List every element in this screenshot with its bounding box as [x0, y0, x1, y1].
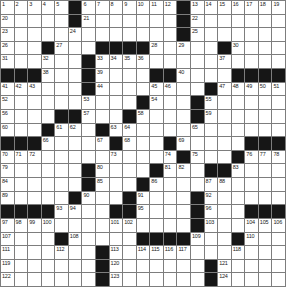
cell[interactable] — [28, 178, 41, 191]
cell[interactable]: 24 — [69, 28, 82, 41]
cell[interactable]: 52 — [1, 96, 14, 109]
cell[interactable]: 76 — [245, 151, 258, 164]
cell[interactable] — [15, 246, 28, 259]
cell[interactable] — [123, 246, 136, 259]
cell[interactable] — [164, 42, 177, 55]
cell[interactable]: 106 — [272, 219, 285, 232]
cell[interactable]: 66 — [42, 137, 55, 150]
cell[interactable] — [28, 192, 41, 205]
cell[interactable]: 118 — [232, 246, 245, 259]
cell[interactable]: 88 — [218, 178, 231, 191]
cell[interactable]: 82 — [177, 164, 190, 177]
cell[interactable] — [232, 15, 245, 28]
cell[interactable]: 103 — [205, 219, 218, 232]
cell[interactable] — [28, 15, 41, 28]
cell[interactable] — [177, 273, 190, 286]
cell[interactable] — [150, 137, 163, 150]
cell[interactable]: 83 — [232, 164, 245, 177]
cell[interactable] — [28, 42, 41, 55]
cell[interactable] — [272, 178, 285, 191]
cell[interactable] — [42, 15, 55, 28]
cell[interactable] — [205, 28, 218, 41]
cell[interactable] — [55, 28, 68, 41]
cell[interactable]: 13 — [191, 1, 204, 14]
cell[interactable] — [82, 42, 95, 55]
cell[interactable] — [69, 164, 82, 177]
cell[interactable] — [164, 96, 177, 109]
cell[interactable] — [218, 15, 231, 28]
cell[interactable]: 45 — [150, 83, 163, 96]
cell[interactable]: 84 — [1, 178, 14, 191]
cell[interactable]: 98 — [15, 219, 28, 232]
cell[interactable] — [232, 192, 245, 205]
cell[interactable] — [123, 233, 136, 246]
cell[interactable] — [259, 260, 272, 273]
cell[interactable]: 17 — [245, 1, 258, 14]
cell[interactable] — [245, 260, 258, 273]
cell[interactable] — [69, 83, 82, 96]
cell[interactable] — [232, 110, 245, 123]
cell[interactable] — [177, 55, 190, 68]
cell[interactable] — [218, 28, 231, 41]
cell[interactable] — [245, 246, 258, 259]
cell[interactable]: 50 — [259, 83, 272, 96]
cell[interactable] — [177, 178, 190, 191]
cell[interactable] — [191, 164, 204, 177]
cell[interactable] — [177, 205, 190, 218]
cell[interactable] — [272, 192, 285, 205]
cell[interactable]: 22 — [191, 15, 204, 28]
cell[interactable] — [232, 55, 245, 68]
cell[interactable] — [218, 69, 231, 82]
cell[interactable] — [259, 233, 272, 246]
cell[interactable] — [272, 164, 285, 177]
cell[interactable] — [150, 124, 163, 137]
cell[interactable]: 23 — [1, 28, 14, 41]
cell[interactable] — [137, 137, 150, 150]
cell[interactable] — [110, 69, 123, 82]
cell[interactable] — [245, 55, 258, 68]
cell[interactable]: 44 — [96, 83, 109, 96]
cell[interactable]: 119 — [1, 260, 14, 273]
cell[interactable] — [259, 273, 272, 286]
cell[interactable]: 114 — [137, 246, 150, 259]
cell[interactable] — [164, 15, 177, 28]
cell[interactable]: 42 — [15, 83, 28, 96]
cell[interactable]: 8 — [110, 1, 123, 14]
cell[interactable]: 4 — [42, 1, 55, 14]
cell[interactable] — [28, 96, 41, 109]
cell[interactable]: 100 — [42, 219, 55, 232]
cell[interactable] — [150, 219, 163, 232]
cell[interactable] — [245, 192, 258, 205]
cell[interactable]: 27 — [55, 42, 68, 55]
cell[interactable]: 20 — [1, 15, 14, 28]
cell[interactable]: 39 — [96, 69, 109, 82]
cell[interactable]: 93 — [55, 205, 68, 218]
cell[interactable]: 69 — [177, 137, 190, 150]
cell[interactable] — [96, 219, 109, 232]
cell[interactable] — [137, 69, 150, 82]
cell[interactable] — [28, 246, 41, 259]
cell[interactable] — [150, 28, 163, 41]
cell[interactable] — [15, 273, 28, 286]
cell[interactable]: 61 — [55, 124, 68, 137]
cell[interactable]: 112 — [55, 246, 68, 259]
cell[interactable]: 11 — [150, 1, 163, 14]
cell[interactable]: 57 — [82, 110, 95, 123]
cell[interactable]: 123 — [110, 273, 123, 286]
cell[interactable]: 81 — [164, 164, 177, 177]
cell[interactable] — [272, 55, 285, 68]
cell[interactable] — [15, 28, 28, 41]
cell[interactable] — [42, 246, 55, 259]
cell[interactable] — [259, 15, 272, 28]
cell[interactable] — [110, 192, 123, 205]
cell[interactable] — [110, 15, 123, 28]
cell[interactable] — [191, 178, 204, 191]
cell[interactable] — [15, 192, 28, 205]
cell[interactable] — [123, 164, 136, 177]
cell[interactable] — [55, 55, 68, 68]
cell[interactable] — [82, 233, 95, 246]
cell[interactable] — [205, 15, 218, 28]
cell[interactable] — [137, 273, 150, 286]
cell[interactable] — [205, 233, 218, 246]
cell[interactable] — [82, 137, 95, 150]
cell[interactable] — [218, 96, 231, 109]
cell[interactable]: 2 — [15, 1, 28, 14]
cell[interactable] — [259, 246, 272, 259]
cell[interactable] — [245, 178, 258, 191]
cell[interactable]: 10 — [137, 1, 150, 14]
cell[interactable] — [205, 55, 218, 68]
cell[interactable]: 122 — [1, 273, 14, 286]
cell[interactable] — [42, 178, 55, 191]
cell[interactable] — [259, 42, 272, 55]
cell[interactable] — [123, 28, 136, 41]
cell[interactable] — [177, 83, 190, 96]
cell[interactable] — [150, 273, 163, 286]
cell[interactable] — [137, 83, 150, 96]
cell[interactable] — [69, 137, 82, 150]
cell[interactable] — [232, 178, 245, 191]
cell[interactable] — [96, 15, 109, 28]
cell[interactable] — [69, 219, 82, 232]
cell[interactable] — [191, 83, 204, 96]
cell[interactable]: 18 — [259, 1, 272, 14]
cell[interactable]: 55 — [205, 96, 218, 109]
cell[interactable]: 67 — [96, 137, 109, 150]
cell[interactable]: 16 — [232, 1, 245, 14]
cell[interactable]: 70 — [1, 151, 14, 164]
cell[interactable] — [28, 164, 41, 177]
cell[interactable] — [218, 205, 231, 218]
cell[interactable] — [110, 164, 123, 177]
cell[interactable] — [15, 15, 28, 28]
cell[interactable] — [232, 273, 245, 286]
cell[interactable] — [69, 246, 82, 259]
cell[interactable] — [55, 273, 68, 286]
cell[interactable] — [259, 124, 272, 137]
cell[interactable]: 33 — [96, 55, 109, 68]
cell[interactable] — [42, 260, 55, 273]
cell[interactable] — [96, 233, 109, 246]
cell[interactable]: 120 — [110, 260, 123, 273]
cell[interactable] — [28, 110, 41, 123]
cell[interactable] — [164, 273, 177, 286]
cell[interactable]: 90 — [82, 192, 95, 205]
cell[interactable] — [123, 273, 136, 286]
cell[interactable] — [69, 69, 82, 82]
cell[interactable] — [164, 192, 177, 205]
cell[interactable]: 46 — [164, 83, 177, 96]
cell[interactable] — [164, 260, 177, 273]
cell[interactable] — [28, 55, 41, 68]
cell[interactable]: 95 — [137, 205, 150, 218]
cell[interactable] — [272, 246, 285, 259]
cell[interactable] — [110, 233, 123, 246]
cell[interactable]: 6 — [82, 1, 95, 14]
cell[interactable] — [164, 28, 177, 41]
cell[interactable] — [232, 137, 245, 150]
cell[interactable]: 91 — [137, 192, 150, 205]
cell[interactable]: 108 — [69, 233, 82, 246]
cell[interactable]: 115 — [150, 246, 163, 259]
cell[interactable]: 34 — [110, 55, 123, 68]
cell[interactable]: 1 — [1, 1, 14, 14]
cell[interactable] — [259, 28, 272, 41]
cell[interactable] — [96, 110, 109, 123]
cell[interactable]: 116 — [164, 246, 177, 259]
cell[interactable] — [96, 28, 109, 41]
cell[interactable] — [191, 69, 204, 82]
cell[interactable]: 59 — [205, 110, 218, 123]
cell[interactable] — [42, 233, 55, 246]
cell[interactable] — [259, 110, 272, 123]
cell[interactable]: 62 — [69, 124, 82, 137]
cell[interactable]: 117 — [177, 246, 190, 259]
cell[interactable]: 30 — [232, 42, 245, 55]
cell[interactable] — [123, 83, 136, 96]
cell[interactable] — [137, 164, 150, 177]
cell[interactable] — [205, 42, 218, 55]
cell[interactable] — [232, 260, 245, 273]
cell[interactable] — [164, 178, 177, 191]
cell[interactable] — [69, 151, 82, 164]
cell[interactable] — [96, 151, 109, 164]
cell[interactable] — [205, 151, 218, 164]
cell[interactable]: 37 — [218, 55, 231, 68]
cell[interactable]: 65 — [191, 124, 204, 137]
cell[interactable] — [205, 246, 218, 259]
cell[interactable] — [272, 110, 285, 123]
cell[interactable]: 99 — [28, 219, 41, 232]
cell[interactable] — [150, 260, 163, 273]
cell[interactable] — [96, 205, 109, 218]
cell[interactable] — [123, 178, 136, 191]
cell[interactable] — [82, 151, 95, 164]
cell[interactable] — [15, 124, 28, 137]
cell[interactable] — [164, 219, 177, 232]
cell[interactable] — [55, 192, 68, 205]
cell[interactable] — [137, 151, 150, 164]
cell[interactable] — [82, 205, 95, 218]
cell[interactable]: 64 — [123, 124, 136, 137]
cell[interactable] — [55, 83, 68, 96]
cell[interactable] — [259, 192, 272, 205]
cell[interactable]: 47 — [218, 83, 231, 96]
cell[interactable] — [218, 246, 231, 259]
cell[interactable] — [272, 233, 285, 246]
cell[interactable]: 77 — [259, 151, 272, 164]
cell[interactable] — [150, 110, 163, 123]
cell[interactable] — [177, 260, 190, 273]
cell[interactable] — [164, 205, 177, 218]
cell[interactable] — [245, 42, 258, 55]
cell[interactable]: 49 — [245, 83, 258, 96]
cell[interactable] — [137, 260, 150, 273]
cell[interactable] — [218, 124, 231, 137]
cell[interactable] — [123, 15, 136, 28]
cell[interactable] — [164, 110, 177, 123]
cell[interactable] — [218, 219, 231, 232]
cell[interactable] — [245, 96, 258, 109]
cell[interactable] — [42, 164, 55, 177]
cell[interactable] — [15, 260, 28, 273]
cell[interactable]: 36 — [137, 55, 150, 68]
cell[interactable]: 94 — [69, 205, 82, 218]
cell[interactable] — [232, 205, 245, 218]
cell[interactable] — [191, 273, 204, 286]
cell[interactable] — [177, 110, 190, 123]
cell[interactable]: 86 — [150, 178, 163, 191]
cell[interactable]: 80 — [96, 164, 109, 177]
cell[interactable] — [55, 164, 68, 177]
cell[interactable] — [218, 233, 231, 246]
cell[interactable] — [69, 55, 82, 68]
cell[interactable]: 104 — [245, 219, 258, 232]
cell[interactable] — [55, 96, 68, 109]
cell[interactable]: 102 — [123, 219, 136, 232]
cell[interactable] — [69, 178, 82, 191]
cell[interactable]: 113 — [110, 246, 123, 259]
cell[interactable]: 7 — [96, 1, 109, 14]
cell[interactable]: 14 — [205, 1, 218, 14]
cell[interactable]: 28 — [150, 42, 163, 55]
cell[interactable]: 19 — [272, 1, 285, 14]
cell[interactable]: 63 — [110, 124, 123, 137]
cell[interactable] — [205, 69, 218, 82]
cell[interactable]: 3 — [28, 1, 41, 14]
cell[interactable] — [218, 110, 231, 123]
cell[interactable]: 43 — [28, 83, 41, 96]
cell[interactable]: 68 — [123, 137, 136, 150]
cell[interactable]: 35 — [123, 55, 136, 68]
cell[interactable] — [150, 15, 163, 28]
cell[interactable] — [150, 205, 163, 218]
cell[interactable] — [110, 83, 123, 96]
cell[interactable]: 56 — [1, 110, 14, 123]
cell[interactable] — [110, 96, 123, 109]
cell[interactable] — [137, 219, 150, 232]
cell[interactable] — [245, 273, 258, 286]
cell[interactable]: 25 — [191, 28, 204, 41]
cell[interactable] — [69, 260, 82, 273]
cell[interactable] — [42, 28, 55, 41]
cell[interactable] — [191, 260, 204, 273]
cell[interactable] — [82, 28, 95, 41]
cell[interactable] — [28, 124, 41, 137]
cell[interactable] — [110, 110, 123, 123]
cell[interactable] — [177, 96, 190, 109]
cell[interactable]: 101 — [110, 219, 123, 232]
cell[interactable]: 107 — [1, 233, 14, 246]
cell[interactable] — [42, 96, 55, 109]
cell[interactable] — [272, 42, 285, 55]
cell[interactable]: 15 — [218, 1, 231, 14]
cell[interactable] — [96, 96, 109, 109]
cell[interactable]: 124 — [218, 273, 231, 286]
cell[interactable] — [55, 178, 68, 191]
cell[interactable] — [259, 96, 272, 109]
cell[interactable] — [110, 28, 123, 41]
cell[interactable] — [82, 260, 95, 273]
cell[interactable] — [55, 151, 68, 164]
cell[interactable] — [245, 124, 258, 137]
cell[interactable]: 60 — [1, 124, 14, 137]
cell[interactable] — [28, 273, 41, 286]
cell[interactable]: 121 — [218, 260, 231, 273]
cell[interactable]: 29 — [177, 42, 190, 55]
cell[interactable] — [272, 96, 285, 109]
cell[interactable] — [15, 178, 28, 191]
cell[interactable] — [15, 96, 28, 109]
cell[interactable] — [272, 124, 285, 137]
cell[interactable] — [150, 151, 163, 164]
cell[interactable] — [15, 233, 28, 246]
cell[interactable] — [82, 273, 95, 286]
cell[interactable] — [123, 151, 136, 164]
cell[interactable] — [82, 246, 95, 259]
cell[interactable] — [150, 55, 163, 68]
cell[interactable]: 58 — [137, 110, 150, 123]
cell[interactable] — [232, 96, 245, 109]
cell[interactable] — [205, 137, 218, 150]
cell[interactable]: 109 — [191, 233, 204, 246]
cell[interactable]: 73 — [110, 151, 123, 164]
cell[interactable] — [55, 260, 68, 273]
cell[interactable]: 5 — [55, 1, 68, 14]
cell[interactable] — [42, 83, 55, 96]
cell[interactable] — [218, 151, 231, 164]
cell[interactable] — [42, 151, 55, 164]
cell[interactable] — [15, 42, 28, 55]
cell[interactable] — [123, 96, 136, 109]
cell[interactable] — [110, 178, 123, 191]
cell[interactable] — [177, 124, 190, 137]
cell[interactable] — [272, 273, 285, 286]
cell[interactable] — [55, 137, 68, 150]
cell[interactable] — [28, 260, 41, 273]
cell[interactable] — [69, 96, 82, 109]
cell[interactable] — [245, 28, 258, 41]
cell[interactable] — [245, 15, 258, 28]
cell[interactable]: 85 — [96, 178, 109, 191]
cell[interactable] — [28, 28, 41, 41]
cell[interactable] — [96, 192, 109, 205]
cell[interactable] — [232, 219, 245, 232]
